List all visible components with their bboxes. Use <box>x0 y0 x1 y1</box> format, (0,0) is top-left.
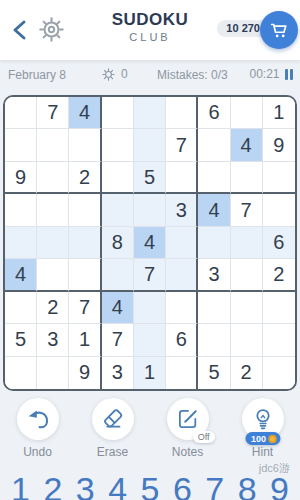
cell-r4c8[interactable]: 7 <box>231 194 263 226</box>
notes-off-badge: Off <box>193 431 215 443</box>
cell-r9c5[interactable]: 1 <box>134 357 166 389</box>
cell-r1c6[interactable] <box>166 97 198 129</box>
cell-r3c6[interactable] <box>166 162 198 194</box>
numpad-9[interactable]: 9 <box>270 467 289 500</box>
cell-r1c2[interactable]: 7 <box>37 97 69 129</box>
cell-r9c2[interactable] <box>37 357 69 389</box>
sudoku-board: 746174992534784647322745317693152 <box>3 95 297 391</box>
cell-r4c3[interactable] <box>69 194 101 226</box>
hint-coin-icon <box>268 435 276 443</box>
cell-r7c1[interactable] <box>5 292 37 324</box>
back-button[interactable] <box>8 17 34 43</box>
cell-r3c4[interactable] <box>102 162 134 194</box>
cell-r1c9[interactable]: 1 <box>263 97 295 129</box>
coin-balance-value: 10 270 <box>226 22 260 34</box>
cell-r5c1[interactable] <box>5 227 37 259</box>
cell-r9c6[interactable] <box>166 357 198 389</box>
cell-r7c3[interactable]: 7 <box>69 292 101 324</box>
settings-button[interactable] <box>38 16 65 43</box>
cell-r4c7[interactable]: 4 <box>198 194 230 226</box>
cell-r3c2[interactable] <box>37 162 69 194</box>
hint-cost-badge: 100 <box>245 432 280 445</box>
cell-r5c6[interactable] <box>166 227 198 259</box>
cell-r5c2[interactable] <box>37 227 69 259</box>
cell-r7c4[interactable]: 4 <box>102 292 134 324</box>
cell-r5c9[interactable]: 6 <box>263 227 295 259</box>
notes-label: Notes <box>172 445 203 459</box>
cell-r1c8[interactable] <box>231 97 263 129</box>
cell-r8c5[interactable] <box>134 324 166 356</box>
cell-r2c7[interactable] <box>198 129 230 161</box>
cell-r2c6[interactable]: 7 <box>166 129 198 161</box>
cell-r4c5[interactable] <box>134 194 166 226</box>
cell-r9c3[interactable]: 9 <box>69 357 101 389</box>
numpad-4[interactable]: 4 <box>108 467 127 500</box>
notes-tool: Off Notes <box>153 398 223 459</box>
cell-r3c9[interactable] <box>263 162 295 194</box>
cell-r6c4[interactable] <box>102 259 134 291</box>
cell-r3c3[interactable]: 2 <box>69 162 101 194</box>
erase-button[interactable] <box>92 398 134 440</box>
cell-r8c4[interactable]: 7 <box>102 324 134 356</box>
shop-button[interactable] <box>260 11 298 49</box>
cell-r2c1[interactable] <box>5 129 37 161</box>
cell-r8c2[interactable]: 3 <box>37 324 69 356</box>
cell-r6c3[interactable] <box>69 259 101 291</box>
action-toolbar: Undo Erase Off Notes <box>0 398 300 462</box>
cell-r2c3[interactable] <box>69 129 101 161</box>
cell-r7c5[interactable] <box>134 292 166 324</box>
cell-r2c4[interactable] <box>102 129 134 161</box>
cell-r4c6[interactable]: 3 <box>166 194 198 226</box>
undo-label: Undo <box>23 445 52 459</box>
pause-button[interactable] <box>285 69 294 80</box>
undo-icon <box>25 406 51 432</box>
cell-r7c2[interactable]: 2 <box>37 292 69 324</box>
score-cog-icon <box>102 68 115 81</box>
timer-value: 00:21 <box>249 67 279 81</box>
hint-label: Hint <box>252 445 273 459</box>
hint-bulb-icon <box>250 406 276 432</box>
cell-r9c1[interactable] <box>5 357 37 389</box>
cell-r3c1[interactable]: 9 <box>5 162 37 194</box>
notes-button[interactable]: Off <box>167 398 209 440</box>
cell-r5c7[interactable] <box>198 227 230 259</box>
cell-r5c4[interactable]: 8 <box>102 227 134 259</box>
cell-r5c8[interactable] <box>231 227 263 259</box>
numpad-2[interactable]: 2 <box>43 467 62 500</box>
cell-r6c6[interactable] <box>166 259 198 291</box>
score-value: 0 <box>121 67 128 81</box>
undo-button[interactable] <box>17 398 59 440</box>
cell-r8c6[interactable]: 6 <box>166 324 198 356</box>
cell-r6c1[interactable]: 4 <box>5 259 37 291</box>
gear-icon <box>38 16 65 43</box>
cell-r7c7[interactable] <box>198 292 230 324</box>
cell-r4c1[interactable] <box>5 194 37 226</box>
undo-tool: Undo <box>3 398 73 459</box>
cell-r3c8[interactable] <box>231 162 263 194</box>
cell-r8c1[interactable]: 5 <box>5 324 37 356</box>
score-group: 0 <box>102 67 128 81</box>
cell-r7c9[interactable] <box>263 292 295 324</box>
numpad-7[interactable]: 7 <box>205 467 224 500</box>
cell-r9c4[interactable]: 3 <box>102 357 134 389</box>
cell-r6c2[interactable] <box>37 259 69 291</box>
app-header: SUDOKU CLUB 10 270 <box>0 0 300 60</box>
erase-label: Erase <box>97 445 128 459</box>
numpad-1[interactable]: 1 <box>11 467 30 500</box>
cell-r4c9[interactable] <box>263 194 295 226</box>
cell-r9c9[interactable] <box>263 357 295 389</box>
cell-r4c2[interactable] <box>37 194 69 226</box>
cell-r3c7[interactable] <box>198 162 230 194</box>
cell-r2c8[interactable]: 4 <box>231 129 263 161</box>
cell-r4c4[interactable] <box>102 194 134 226</box>
date-label: February 8 <box>8 68 66 82</box>
cell-r2c9[interactable]: 9 <box>263 129 295 161</box>
mistakes-label: Mistakes: 0/3 <box>157 68 228 82</box>
cell-r1c1[interactable] <box>5 97 37 129</box>
hint-button[interactable]: 100 <box>242 398 284 440</box>
hint-tool: 100 Hint <box>228 398 298 459</box>
cell-r2c2[interactable] <box>37 129 69 161</box>
cell-r6c5[interactable]: 7 <box>134 259 166 291</box>
cell-r6c9[interactable]: 2 <box>263 259 295 291</box>
numpad-3[interactable]: 3 <box>76 467 95 500</box>
cell-r9c8[interactable]: 2 <box>231 357 263 389</box>
eraser-icon <box>100 406 126 432</box>
game-status-bar: February 8 0 Mistakes: 0/3 00:21 <box>0 60 300 94</box>
cell-r5c3[interactable] <box>69 227 101 259</box>
cell-r8c9[interactable] <box>263 324 295 356</box>
cell-r7c6[interactable] <box>166 292 198 324</box>
cell-r1c5[interactable] <box>134 97 166 129</box>
cell-r8c7[interactable] <box>198 324 230 356</box>
numpad-8[interactable]: 8 <box>238 467 257 500</box>
notes-pencil-icon <box>175 406 201 432</box>
cell-r6c7[interactable]: 3 <box>198 259 230 291</box>
cell-r5c5[interactable]: 4 <box>134 227 166 259</box>
cell-r3c5[interactable]: 5 <box>134 162 166 194</box>
cell-r9c7[interactable]: 5 <box>198 357 230 389</box>
cell-r8c8[interactable] <box>231 324 263 356</box>
cell-r6c8[interactable] <box>231 259 263 291</box>
timer-group: 00:21 <box>249 67 293 81</box>
numpad-6[interactable]: 6 <box>173 467 192 500</box>
number-pad: 123456789 <box>0 467 300 500</box>
numpad-5[interactable]: 5 <box>141 467 160 500</box>
cell-r1c3[interactable]: 4 <box>69 97 101 129</box>
cart-icon <box>268 19 290 41</box>
cell-r1c7[interactable]: 6 <box>198 97 230 129</box>
cell-r7c8[interactable] <box>231 292 263 324</box>
back-chevron-icon <box>8 17 34 43</box>
cell-r1c4[interactable] <box>102 97 134 129</box>
erase-tool: Erase <box>78 398 148 459</box>
hint-cost-value: 100 <box>251 434 266 444</box>
cell-r8c3[interactable]: 1 <box>69 324 101 356</box>
cell-r2c5[interactable] <box>134 129 166 161</box>
